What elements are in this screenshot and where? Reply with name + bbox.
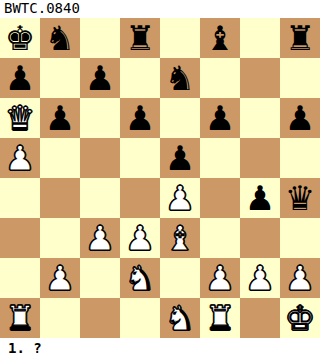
square-b8[interactable]: ♞: [40, 18, 80, 58]
square-a8[interactable]: ♚: [0, 18, 40, 58]
piece-white-rook: ♜: [205, 298, 235, 338]
square-h2[interactable]: ♟: [280, 258, 320, 298]
square-a5[interactable]: ♟: [0, 138, 40, 178]
square-h8[interactable]: ♜: [280, 18, 320, 58]
square-h7[interactable]: [280, 58, 320, 98]
move-prompt: 1. ?: [0, 338, 320, 360]
piece-black-rook: ♜: [125, 18, 155, 58]
piece-black-queen: ♛: [285, 178, 315, 218]
square-g5[interactable]: [240, 138, 280, 178]
chess-app-window: BWTC.0840 ♚♞♜♝♜♟♟♞♛♟♟♟♟♟♟♟♟♛♟♟♝♟♞♟♟♟♜♞♜♚…: [0, 0, 320, 360]
piece-white-bishop: ♝: [165, 218, 195, 258]
piece-white-pawn: ♟: [125, 218, 155, 258]
square-f2[interactable]: ♟: [200, 258, 240, 298]
piece-white-knight: ♞: [125, 258, 155, 298]
square-d4[interactable]: [120, 178, 160, 218]
square-e6[interactable]: [160, 98, 200, 138]
piece-black-pawn: ♟: [205, 98, 235, 138]
square-b5[interactable]: [40, 138, 80, 178]
piece-black-pawn: ♟: [285, 98, 315, 138]
square-g7[interactable]: [240, 58, 280, 98]
square-f5[interactable]: [200, 138, 240, 178]
piece-white-pawn: ♟: [205, 258, 235, 298]
square-c1[interactable]: [80, 298, 120, 338]
square-e5[interactable]: ♟: [160, 138, 200, 178]
square-d3[interactable]: ♟: [120, 218, 160, 258]
square-d7[interactable]: [120, 58, 160, 98]
square-a7[interactable]: ♟: [0, 58, 40, 98]
piece-black-knight: ♞: [45, 18, 75, 58]
square-f3[interactable]: [200, 218, 240, 258]
square-c2[interactable]: [80, 258, 120, 298]
square-g2[interactable]: ♟: [240, 258, 280, 298]
piece-black-rook: ♜: [285, 18, 315, 58]
square-d6[interactable]: ♟: [120, 98, 160, 138]
square-a4[interactable]: [0, 178, 40, 218]
square-g8[interactable]: [240, 18, 280, 58]
square-f8[interactable]: ♝: [200, 18, 240, 58]
square-g3[interactable]: [240, 218, 280, 258]
piece-black-pawn: ♟: [125, 98, 155, 138]
square-b1[interactable]: [40, 298, 80, 338]
window-title: BWTC.0840: [0, 0, 320, 18]
square-b6[interactable]: ♟: [40, 98, 80, 138]
piece-white-king: ♚: [285, 298, 315, 338]
square-a1[interactable]: ♜: [0, 298, 40, 338]
piece-white-pawn: ♟: [165, 178, 195, 218]
chess-board: ♚♞♜♝♜♟♟♞♛♟♟♟♟♟♟♟♟♛♟♟♝♟♞♟♟♟♜♞♜♚: [0, 18, 320, 338]
square-f6[interactable]: ♟: [200, 98, 240, 138]
square-e3[interactable]: ♝: [160, 218, 200, 258]
piece-black-pawn: ♟: [245, 178, 275, 218]
square-c4[interactable]: [80, 178, 120, 218]
square-e2[interactable]: [160, 258, 200, 298]
square-c8[interactable]: [80, 18, 120, 58]
square-a2[interactable]: [0, 258, 40, 298]
square-e8[interactable]: [160, 18, 200, 58]
piece-black-pawn: ♟: [165, 138, 195, 178]
square-a6[interactable]: ♛: [0, 98, 40, 138]
piece-black-king: ♚: [5, 18, 35, 58]
piece-white-queen: ♛: [5, 98, 35, 138]
square-c7[interactable]: ♟: [80, 58, 120, 98]
square-h5[interactable]: [280, 138, 320, 178]
piece-white-pawn: ♟: [245, 258, 275, 298]
square-d8[interactable]: ♜: [120, 18, 160, 58]
square-b4[interactable]: [40, 178, 80, 218]
square-b3[interactable]: [40, 218, 80, 258]
piece-black-bishop: ♝: [205, 18, 235, 58]
piece-white-pawn: ♟: [285, 258, 315, 298]
piece-white-pawn: ♟: [45, 258, 75, 298]
square-c5[interactable]: [80, 138, 120, 178]
square-h1[interactable]: ♚: [280, 298, 320, 338]
square-d5[interactable]: [120, 138, 160, 178]
square-f7[interactable]: [200, 58, 240, 98]
piece-white-pawn: ♟: [5, 138, 35, 178]
piece-black-pawn: ♟: [5, 58, 35, 98]
square-e7[interactable]: ♞: [160, 58, 200, 98]
square-f1[interactable]: ♜: [200, 298, 240, 338]
piece-black-pawn: ♟: [85, 58, 115, 98]
square-c6[interactable]: [80, 98, 120, 138]
square-g6[interactable]: [240, 98, 280, 138]
square-h4[interactable]: ♛: [280, 178, 320, 218]
square-f4[interactable]: [200, 178, 240, 218]
square-g4[interactable]: ♟: [240, 178, 280, 218]
piece-white-rook: ♜: [5, 298, 35, 338]
piece-black-knight: ♞: [165, 58, 195, 98]
piece-white-pawn: ♟: [85, 218, 115, 258]
piece-white-knight: ♞: [165, 298, 195, 338]
square-b7[interactable]: [40, 58, 80, 98]
square-g1[interactable]: [240, 298, 280, 338]
square-h3[interactable]: [280, 218, 320, 258]
square-b2[interactable]: ♟: [40, 258, 80, 298]
square-c3[interactable]: ♟: [80, 218, 120, 258]
square-d2[interactable]: ♞: [120, 258, 160, 298]
square-a3[interactable]: [0, 218, 40, 258]
square-d1[interactable]: [120, 298, 160, 338]
square-h6[interactable]: ♟: [280, 98, 320, 138]
square-e1[interactable]: ♞: [160, 298, 200, 338]
piece-black-pawn: ♟: [45, 98, 75, 138]
square-e4[interactable]: ♟: [160, 178, 200, 218]
